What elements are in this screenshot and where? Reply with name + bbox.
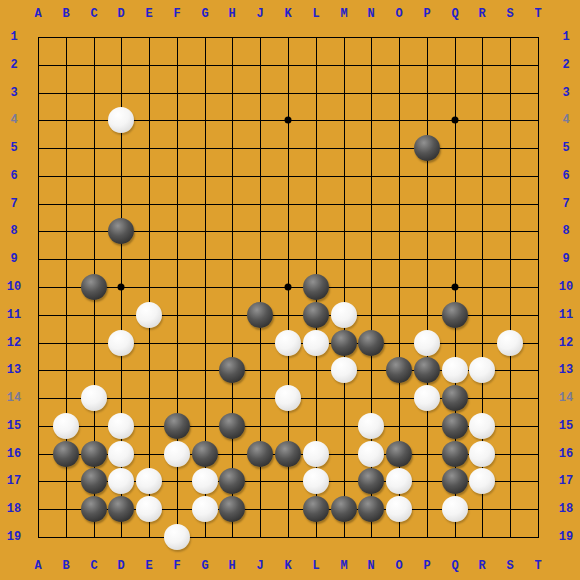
white-stone: [469, 441, 495, 467]
white-stone: [303, 441, 329, 467]
white-stone: [136, 468, 162, 494]
star-point: [118, 284, 125, 291]
row-label: 4: [562, 114, 569, 126]
black-stone: [303, 302, 329, 328]
white-stone: [414, 330, 440, 356]
row-label: 7: [10, 198, 17, 210]
row-label: 12: [7, 337, 21, 349]
column-label: G: [201, 8, 208, 20]
white-stone: [386, 496, 412, 522]
black-stone: [386, 441, 412, 467]
black-stone: [303, 496, 329, 522]
column-label: Q: [451, 8, 458, 20]
column-label: D: [117, 8, 124, 20]
black-stone: [358, 330, 384, 356]
column-label: G: [201, 560, 208, 572]
black-stone: [53, 441, 79, 467]
row-label: 13: [7, 364, 21, 376]
white-stone: [386, 468, 412, 494]
row-label: 1: [562, 31, 569, 43]
row-label: 5: [562, 142, 569, 154]
white-stone: [108, 468, 134, 494]
column-label: H: [228, 560, 235, 572]
white-stone: [469, 357, 495, 383]
black-stone: [81, 468, 107, 494]
grid-line-vertical: [427, 37, 428, 538]
black-stone: [247, 441, 273, 467]
white-stone: [108, 107, 134, 133]
row-label: 2: [10, 59, 17, 71]
column-label: E: [145, 560, 152, 572]
black-stone: [303, 274, 329, 300]
black-stone: [331, 496, 357, 522]
column-label: F: [173, 8, 180, 20]
white-stone: [414, 385, 440, 411]
black-stone: [81, 441, 107, 467]
grid-line-vertical: [510, 37, 511, 538]
column-label: A: [34, 560, 41, 572]
column-label: T: [534, 8, 541, 20]
white-stone: [442, 496, 468, 522]
column-label: N: [367, 560, 374, 572]
black-stone: [219, 357, 245, 383]
white-stone: [81, 385, 107, 411]
white-stone: [331, 302, 357, 328]
grid-line-vertical: [538, 37, 539, 538]
column-label: O: [395, 8, 402, 20]
row-label: 17: [559, 475, 573, 487]
column-label: S: [506, 560, 513, 572]
row-label: 1: [10, 31, 17, 43]
white-stone: [331, 357, 357, 383]
black-stone: [414, 357, 440, 383]
white-stone: [136, 496, 162, 522]
black-stone: [442, 302, 468, 328]
row-label: 3: [562, 87, 569, 99]
white-stone: [136, 302, 162, 328]
row-label: 19: [7, 531, 21, 543]
go-board[interactable]: ABCDEFGHJKLMNOPQRST ABCDEFGHJKLMNOPQRST …: [0, 0, 580, 580]
star-point: [285, 117, 292, 124]
row-label: 13: [559, 364, 573, 376]
black-stone: [219, 496, 245, 522]
row-label: 16: [559, 448, 573, 460]
column-label: M: [340, 8, 347, 20]
grid-line-horizontal: [38, 537, 539, 538]
column-label: P: [423, 560, 430, 572]
white-stone: [108, 441, 134, 467]
row-label: 12: [559, 337, 573, 349]
black-stone: [81, 274, 107, 300]
white-stone: [275, 385, 301, 411]
row-label: 14: [559, 392, 573, 404]
white-stone: [303, 468, 329, 494]
row-label: 17: [7, 475, 21, 487]
row-label: 8: [10, 225, 17, 237]
column-label: R: [478, 8, 485, 20]
white-stone: [497, 330, 523, 356]
black-stone: [358, 496, 384, 522]
column-label: N: [367, 8, 374, 20]
column-label: J: [256, 8, 263, 20]
white-stone: [303, 330, 329, 356]
white-stone: [164, 524, 190, 550]
black-stone: [275, 441, 301, 467]
row-label: 5: [10, 142, 17, 154]
column-label: C: [90, 8, 97, 20]
black-stone: [442, 441, 468, 467]
row-label: 11: [559, 309, 573, 321]
column-label: C: [90, 560, 97, 572]
row-label: 16: [7, 448, 21, 460]
black-stone: [331, 330, 357, 356]
row-label: 8: [562, 225, 569, 237]
row-label: 10: [7, 281, 21, 293]
white-stone: [275, 330, 301, 356]
row-label: 4: [10, 114, 17, 126]
column-label: B: [62, 560, 69, 572]
column-label: R: [478, 560, 485, 572]
row-label: 11: [7, 309, 21, 321]
black-stone: [108, 496, 134, 522]
white-stone: [108, 330, 134, 356]
column-label: D: [117, 560, 124, 572]
black-stone: [219, 413, 245, 439]
row-label: 15: [7, 420, 21, 432]
white-stone: [108, 413, 134, 439]
white-stone: [442, 357, 468, 383]
black-stone: [442, 413, 468, 439]
column-label: L: [312, 8, 319, 20]
white-stone: [164, 441, 190, 467]
column-label: K: [284, 8, 291, 20]
star-point: [285, 284, 292, 291]
column-label: T: [534, 560, 541, 572]
black-stone: [219, 468, 245, 494]
black-stone: [164, 413, 190, 439]
star-point: [452, 284, 459, 291]
grid-line-vertical: [344, 37, 345, 538]
white-stone: [358, 413, 384, 439]
row-label: 18: [559, 503, 573, 515]
row-label: 10: [559, 281, 573, 293]
column-label: L: [312, 560, 319, 572]
column-label: J: [256, 560, 263, 572]
column-label: F: [173, 560, 180, 572]
white-stone: [192, 496, 218, 522]
column-label: H: [228, 8, 235, 20]
column-label: A: [34, 8, 41, 20]
column-label: E: [145, 8, 152, 20]
row-label: 18: [7, 503, 21, 515]
star-point: [452, 117, 459, 124]
black-stone: [442, 468, 468, 494]
black-stone: [247, 302, 273, 328]
black-stone: [81, 496, 107, 522]
row-label: 3: [10, 87, 17, 99]
row-label: 7: [562, 198, 569, 210]
column-label: S: [506, 8, 513, 20]
white-stone: [53, 413, 79, 439]
column-label: P: [423, 8, 430, 20]
black-stone: [386, 357, 412, 383]
white-stone: [469, 468, 495, 494]
white-stone: [358, 441, 384, 467]
row-label: 6: [562, 170, 569, 182]
row-label: 9: [562, 253, 569, 265]
row-label: 15: [559, 420, 573, 432]
column-label: O: [395, 560, 402, 572]
black-stone: [358, 468, 384, 494]
row-label: 2: [562, 59, 569, 71]
column-label: B: [62, 8, 69, 20]
black-stone: [192, 441, 218, 467]
column-label: K: [284, 560, 291, 572]
row-label: 6: [10, 170, 17, 182]
column-label: Q: [451, 560, 458, 572]
column-label: M: [340, 560, 347, 572]
row-label: 19: [559, 531, 573, 543]
white-stone: [469, 413, 495, 439]
row-label: 14: [7, 392, 21, 404]
black-stone: [108, 218, 134, 244]
white-stone: [192, 468, 218, 494]
row-label: 9: [10, 253, 17, 265]
black-stone: [442, 385, 468, 411]
black-stone: [414, 135, 440, 161]
